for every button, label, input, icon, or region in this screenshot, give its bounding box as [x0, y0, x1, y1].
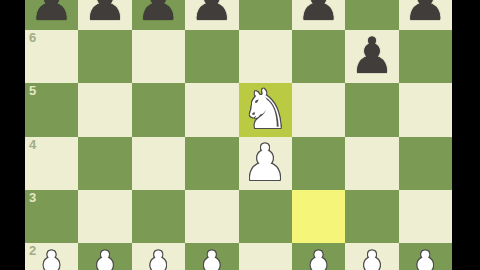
square-f6[interactable]	[292, 30, 345, 83]
piece-white-pawn[interactable]: ♟	[29, 245, 74, 270]
square-a7[interactable]: ♟	[25, 0, 78, 30]
square-e4[interactable]: ♟	[239, 137, 292, 190]
square-a6[interactable]: 6	[25, 30, 78, 83]
square-f7[interactable]: ♟	[292, 0, 345, 30]
square-b2[interactable]: ♟	[78, 243, 131, 270]
square-e6[interactable]	[239, 30, 292, 83]
square-a5[interactable]: 5	[25, 83, 78, 136]
letterbox-right	[452, 0, 480, 270]
square-h5[interactable]	[399, 83, 452, 136]
piece-white-pawn[interactable]: ♟	[243, 138, 288, 188]
square-f4[interactable]	[292, 137, 345, 190]
letterbox-left	[0, 0, 25, 270]
piece-black-pawn[interactable]: ♟	[189, 0, 234, 28]
square-c4[interactable]	[132, 137, 185, 190]
piece-white-knight[interactable]: ♞	[241, 83, 289, 137]
square-a3[interactable]: 3	[25, 190, 78, 243]
square-c7[interactable]: ♟	[132, 0, 185, 30]
square-b6[interactable]	[78, 30, 131, 83]
piece-white-pawn[interactable]: ♟	[136, 245, 181, 270]
square-g3[interactable]	[345, 190, 398, 243]
square-a2[interactable]: 2♟	[25, 243, 78, 270]
square-f2[interactable]: ♟	[292, 243, 345, 270]
square-d4[interactable]	[185, 137, 238, 190]
square-e3[interactable]	[239, 190, 292, 243]
board-clip-stage: ♜♞♝♛♚♝♞♜♟♟♟♟♟♟6♟5♞4♟32♟♟♟♟♟♟♟♜♞♝♛♚♝♜	[0, 0, 480, 270]
square-d3[interactable]	[185, 190, 238, 243]
square-d7[interactable]: ♟	[185, 0, 238, 30]
square-a4[interactable]: 4	[25, 137, 78, 190]
square-c3[interactable]	[132, 190, 185, 243]
piece-white-pawn[interactable]: ♟	[83, 245, 128, 270]
piece-black-pawn[interactable]: ♟	[29, 0, 74, 28]
square-h4[interactable]	[399, 137, 452, 190]
square-f3[interactable]	[292, 190, 345, 243]
piece-black-pawn[interactable]: ♟	[83, 0, 128, 28]
rank-label-4: 4	[29, 138, 36, 151]
square-g2[interactable]: ♟	[345, 243, 398, 270]
rank-label-6: 6	[29, 31, 36, 44]
square-b4[interactable]	[78, 137, 131, 190]
square-e7[interactable]	[239, 0, 292, 30]
square-g5[interactable]	[345, 83, 398, 136]
rank-label-5: 5	[29, 84, 36, 97]
square-c2[interactable]: ♟	[132, 243, 185, 270]
square-g7[interactable]	[345, 0, 398, 30]
square-b3[interactable]	[78, 190, 131, 243]
square-h2[interactable]: ♟	[399, 243, 452, 270]
piece-white-pawn[interactable]: ♟	[296, 245, 341, 270]
square-g4[interactable]	[345, 137, 398, 190]
square-b5[interactable]	[78, 83, 131, 136]
piece-white-pawn[interactable]: ♟	[350, 245, 395, 270]
square-e5[interactable]: ♞	[239, 83, 292, 136]
square-b7[interactable]: ♟	[78, 0, 131, 30]
square-c5[interactable]	[132, 83, 185, 136]
square-d2[interactable]: ♟	[185, 243, 238, 270]
square-d6[interactable]	[185, 30, 238, 83]
piece-black-pawn[interactable]: ♟	[136, 0, 181, 28]
piece-white-pawn[interactable]: ♟	[403, 245, 448, 270]
chess-board: ♜♞♝♛♚♝♞♜♟♟♟♟♟♟6♟5♞4♟32♟♟♟♟♟♟♟♜♞♝♛♚♝♜	[25, 0, 452, 270]
square-e2[interactable]	[239, 243, 292, 270]
piece-black-pawn[interactable]: ♟	[296, 0, 341, 28]
piece-white-pawn[interactable]: ♟	[189, 245, 234, 270]
rank-label-3: 3	[29, 191, 36, 204]
square-f5[interactable]	[292, 83, 345, 136]
square-h7[interactable]: ♟	[399, 0, 452, 30]
piece-black-pawn[interactable]: ♟	[350, 31, 395, 81]
square-d5[interactable]	[185, 83, 238, 136]
piece-black-pawn[interactable]: ♟	[403, 0, 448, 28]
square-c6[interactable]	[132, 30, 185, 83]
square-h3[interactable]	[399, 190, 452, 243]
square-g6[interactable]: ♟	[345, 30, 398, 83]
square-h6[interactable]	[399, 30, 452, 83]
